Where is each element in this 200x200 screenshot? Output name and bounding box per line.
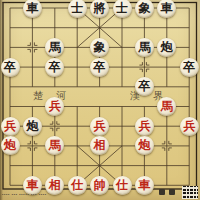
piece-label: 兵 (138, 116, 150, 135)
piece-black-soldier[interactable]: 卒 (90, 58, 109, 77)
piece-black-cannon[interactable]: 炮 (23, 117, 42, 136)
piece-label: 卒 (138, 77, 150, 96)
piece-black-general[interactable]: 將 (90, 0, 109, 18)
piece-red-advisor[interactable]: 仕 (68, 176, 87, 195)
piece-black-soldier[interactable]: 卒 (180, 58, 199, 77)
piece-label: 馬 (161, 97, 173, 116)
piece-red-elephant[interactable]: 相 (45, 176, 64, 195)
piece-label: 車 (138, 175, 150, 194)
footer-logo-icon (159, 189, 165, 195)
piece-label: 馬 (49, 136, 61, 155)
piece-black-chariot[interactable]: 車 (23, 0, 42, 18)
piece-red-chariot[interactable]: 車 (135, 176, 154, 195)
piece-red-general[interactable]: 帥 (90, 176, 109, 195)
piece-label: 象 (94, 37, 106, 56)
piece-red-soldier[interactable]: 兵 (1, 117, 20, 136)
piece-label: 士 (71, 0, 83, 17)
piece-red-soldier[interactable]: 兵 (180, 117, 199, 136)
piece-label: 相 (94, 136, 106, 155)
piece-label: 兵 (4, 116, 16, 135)
piece-label: 炮 (26, 116, 38, 135)
piece-label: 炮 (4, 136, 16, 155)
piece-red-advisor[interactable]: 仕 (113, 176, 132, 195)
piece-label: 象 (138, 0, 150, 17)
piece-label: 馬 (138, 37, 150, 56)
piece-red-soldier[interactable]: 兵 (90, 117, 109, 136)
corner-print-text: ▪▪▪ (2, 0, 9, 5)
piece-label: 兵 (49, 97, 61, 116)
piece-black-advisor[interactable]: 士 (68, 0, 87, 18)
piece-label: 將 (94, 0, 106, 17)
piece-red-soldier[interactable]: 兵 (135, 117, 154, 136)
piece-label: 卒 (94, 57, 106, 76)
piece-label: 兵 (183, 116, 195, 135)
piece-label: 炮 (161, 37, 173, 56)
piece-label: 兵 (94, 116, 106, 135)
piece-label: 卒 (49, 57, 61, 76)
piece-label: 卒 (183, 57, 195, 76)
piece-black-advisor[interactable]: 士 (113, 0, 132, 18)
piece-label: 仕 (71, 175, 83, 194)
piece-label: 炮 (138, 136, 150, 155)
piece-black-soldier[interactable]: 卒 (45, 58, 64, 77)
piece-label: 相 (49, 175, 61, 194)
piece-label: 仕 (116, 175, 128, 194)
piece-red-cannon[interactable]: 炮 (1, 136, 20, 155)
piece-label: 車 (161, 0, 173, 17)
footer-print-text: ▪▪▪▪ ▪▪▪ ▪▪▪▪▪ ▪▪▪ ▪▪▪▪ (2, 192, 47, 197)
qr-code-icon (182, 186, 198, 199)
piece-label: 卒 (4, 57, 16, 76)
board-photo: 楚河 漢界 車士將士象車馬象馬炮卒卒卒卒卒炮兵馬兵兵兵兵炮馬相炮車相仕帥仕車 ▪… (0, 0, 200, 200)
piece-black-soldier[interactable]: 卒 (1, 58, 20, 77)
piece-black-elephant[interactable]: 象 (135, 0, 154, 18)
piece-black-elephant[interactable]: 象 (90, 38, 109, 57)
piece-black-horse[interactable]: 馬 (135, 38, 154, 57)
piece-label: 帥 (94, 175, 106, 194)
piece-label: 車 (26, 0, 38, 17)
piece-black-chariot[interactable]: 車 (157, 0, 176, 18)
piece-label: 士 (116, 0, 128, 17)
piece-label: 馬 (49, 37, 61, 56)
footer-logo-icon (169, 189, 175, 195)
